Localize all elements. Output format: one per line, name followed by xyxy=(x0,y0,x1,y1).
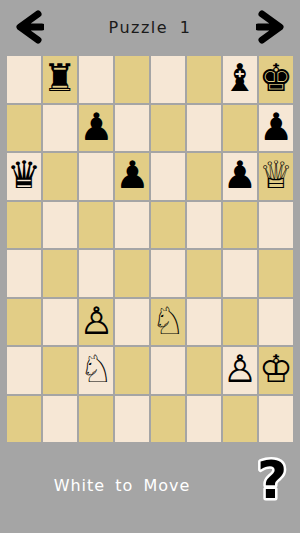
black-king: ♚ xyxy=(259,59,293,97)
white-knight: ♘ xyxy=(79,350,113,388)
puzzle-app: Puzzle 1 ♜♝♚♟♟♛♟♟♕♙♘♘♙♔ White to Move ? xyxy=(0,0,300,533)
hint-button[interactable]: ? xyxy=(250,448,294,512)
black-pawn: ♟ xyxy=(223,156,257,194)
square-c6[interactable] xyxy=(79,153,113,200)
white-pawn: ♙ xyxy=(79,302,113,340)
square-a5[interactable] xyxy=(7,202,41,249)
white-pawn: ♙ xyxy=(223,350,257,388)
chess-board: ♜♝♚♟♟♛♟♟♕♙♘♘♙♔ xyxy=(7,56,293,442)
square-d8[interactable] xyxy=(115,56,149,103)
black-pawn: ♟ xyxy=(115,156,149,194)
square-d6[interactable]: ♟ xyxy=(115,153,149,200)
black-rook: ♜ xyxy=(43,59,77,97)
square-f3[interactable] xyxy=(187,299,220,346)
square-g1[interactable] xyxy=(223,396,257,443)
square-f2[interactable] xyxy=(187,347,220,394)
square-h4[interactable] xyxy=(259,250,293,297)
square-d7[interactable] xyxy=(115,105,149,152)
square-c7[interactable]: ♟ xyxy=(79,105,113,152)
square-e7[interactable] xyxy=(151,105,185,152)
square-g7[interactable] xyxy=(223,105,257,152)
previous-puzzle-button[interactable] xyxy=(9,7,45,47)
square-c8[interactable] xyxy=(79,56,113,103)
square-e5[interactable] xyxy=(151,202,185,249)
black-bishop: ♝ xyxy=(223,59,257,97)
black-pawn: ♟ xyxy=(259,108,293,146)
square-h6[interactable]: ♕ xyxy=(259,153,293,200)
square-e1[interactable] xyxy=(151,396,185,443)
square-h1[interactable] xyxy=(259,396,293,443)
square-h3[interactable] xyxy=(259,299,293,346)
white-knight: ♘ xyxy=(151,302,185,340)
square-a6[interactable]: ♛ xyxy=(7,153,41,200)
square-e8[interactable] xyxy=(151,56,185,103)
square-a3[interactable] xyxy=(7,299,41,346)
square-g3[interactable] xyxy=(223,299,257,346)
square-h2[interactable]: ♔ xyxy=(259,347,293,394)
svg-text:?: ? xyxy=(257,450,287,510)
square-d3[interactable] xyxy=(115,299,149,346)
square-g2[interactable]: ♙ xyxy=(223,347,257,394)
square-c3[interactable]: ♙ xyxy=(79,299,113,346)
square-e6[interactable] xyxy=(151,153,185,200)
square-f4[interactable] xyxy=(187,250,220,297)
square-h5[interactable] xyxy=(259,202,293,249)
square-f7[interactable] xyxy=(187,105,220,152)
square-d2[interactable] xyxy=(115,347,149,394)
next-puzzle-button[interactable] xyxy=(255,7,291,47)
square-a2[interactable] xyxy=(7,347,41,394)
header: Puzzle 1 xyxy=(0,0,300,54)
square-b6[interactable] xyxy=(43,153,77,200)
square-b3[interactable] xyxy=(43,299,77,346)
square-b7[interactable] xyxy=(43,105,77,152)
square-f6[interactable] xyxy=(187,153,220,200)
white-queen: ♕ xyxy=(259,156,293,194)
square-b4[interactable] xyxy=(43,250,77,297)
black-pawn: ♟ xyxy=(79,108,113,146)
square-d5[interactable] xyxy=(115,202,149,249)
square-h7[interactable]: ♟ xyxy=(259,105,293,152)
square-g6[interactable]: ♟ xyxy=(223,153,257,200)
footer: White to Move ? xyxy=(0,444,300,533)
square-d1[interactable] xyxy=(115,396,149,443)
black-queen: ♛ xyxy=(7,156,41,194)
square-e3[interactable]: ♘ xyxy=(151,299,185,346)
white-king: ♔ xyxy=(259,350,293,388)
square-e2[interactable] xyxy=(151,347,185,394)
square-b2[interactable] xyxy=(43,347,77,394)
square-b1[interactable] xyxy=(43,396,77,443)
square-g4[interactable] xyxy=(223,250,257,297)
square-g8[interactable]: ♝ xyxy=(223,56,257,103)
page-title: Puzzle 1 xyxy=(109,18,192,37)
square-d4[interactable] xyxy=(115,250,149,297)
square-e4[interactable] xyxy=(151,250,185,297)
square-c2[interactable]: ♘ xyxy=(79,347,113,394)
square-c4[interactable] xyxy=(79,250,113,297)
question-mark-icon: ? xyxy=(250,500,294,515)
right-arrow-icon xyxy=(256,8,290,46)
square-b8[interactable]: ♜ xyxy=(43,56,77,103)
square-a8[interactable] xyxy=(7,56,41,103)
square-f8[interactable] xyxy=(187,56,220,103)
left-arrow-icon xyxy=(10,8,44,46)
square-a4[interactable] xyxy=(7,250,41,297)
square-a1[interactable] xyxy=(7,396,41,443)
square-b5[interactable] xyxy=(43,202,77,249)
square-f1[interactable] xyxy=(187,396,220,443)
side-to-move-label: White to Move xyxy=(0,476,244,495)
square-a7[interactable] xyxy=(7,105,41,152)
square-c5[interactable] xyxy=(79,202,113,249)
square-g5[interactable] xyxy=(223,202,257,249)
square-c1[interactable] xyxy=(79,396,113,443)
square-f5[interactable] xyxy=(187,202,220,249)
square-h8[interactable]: ♚ xyxy=(259,56,293,103)
